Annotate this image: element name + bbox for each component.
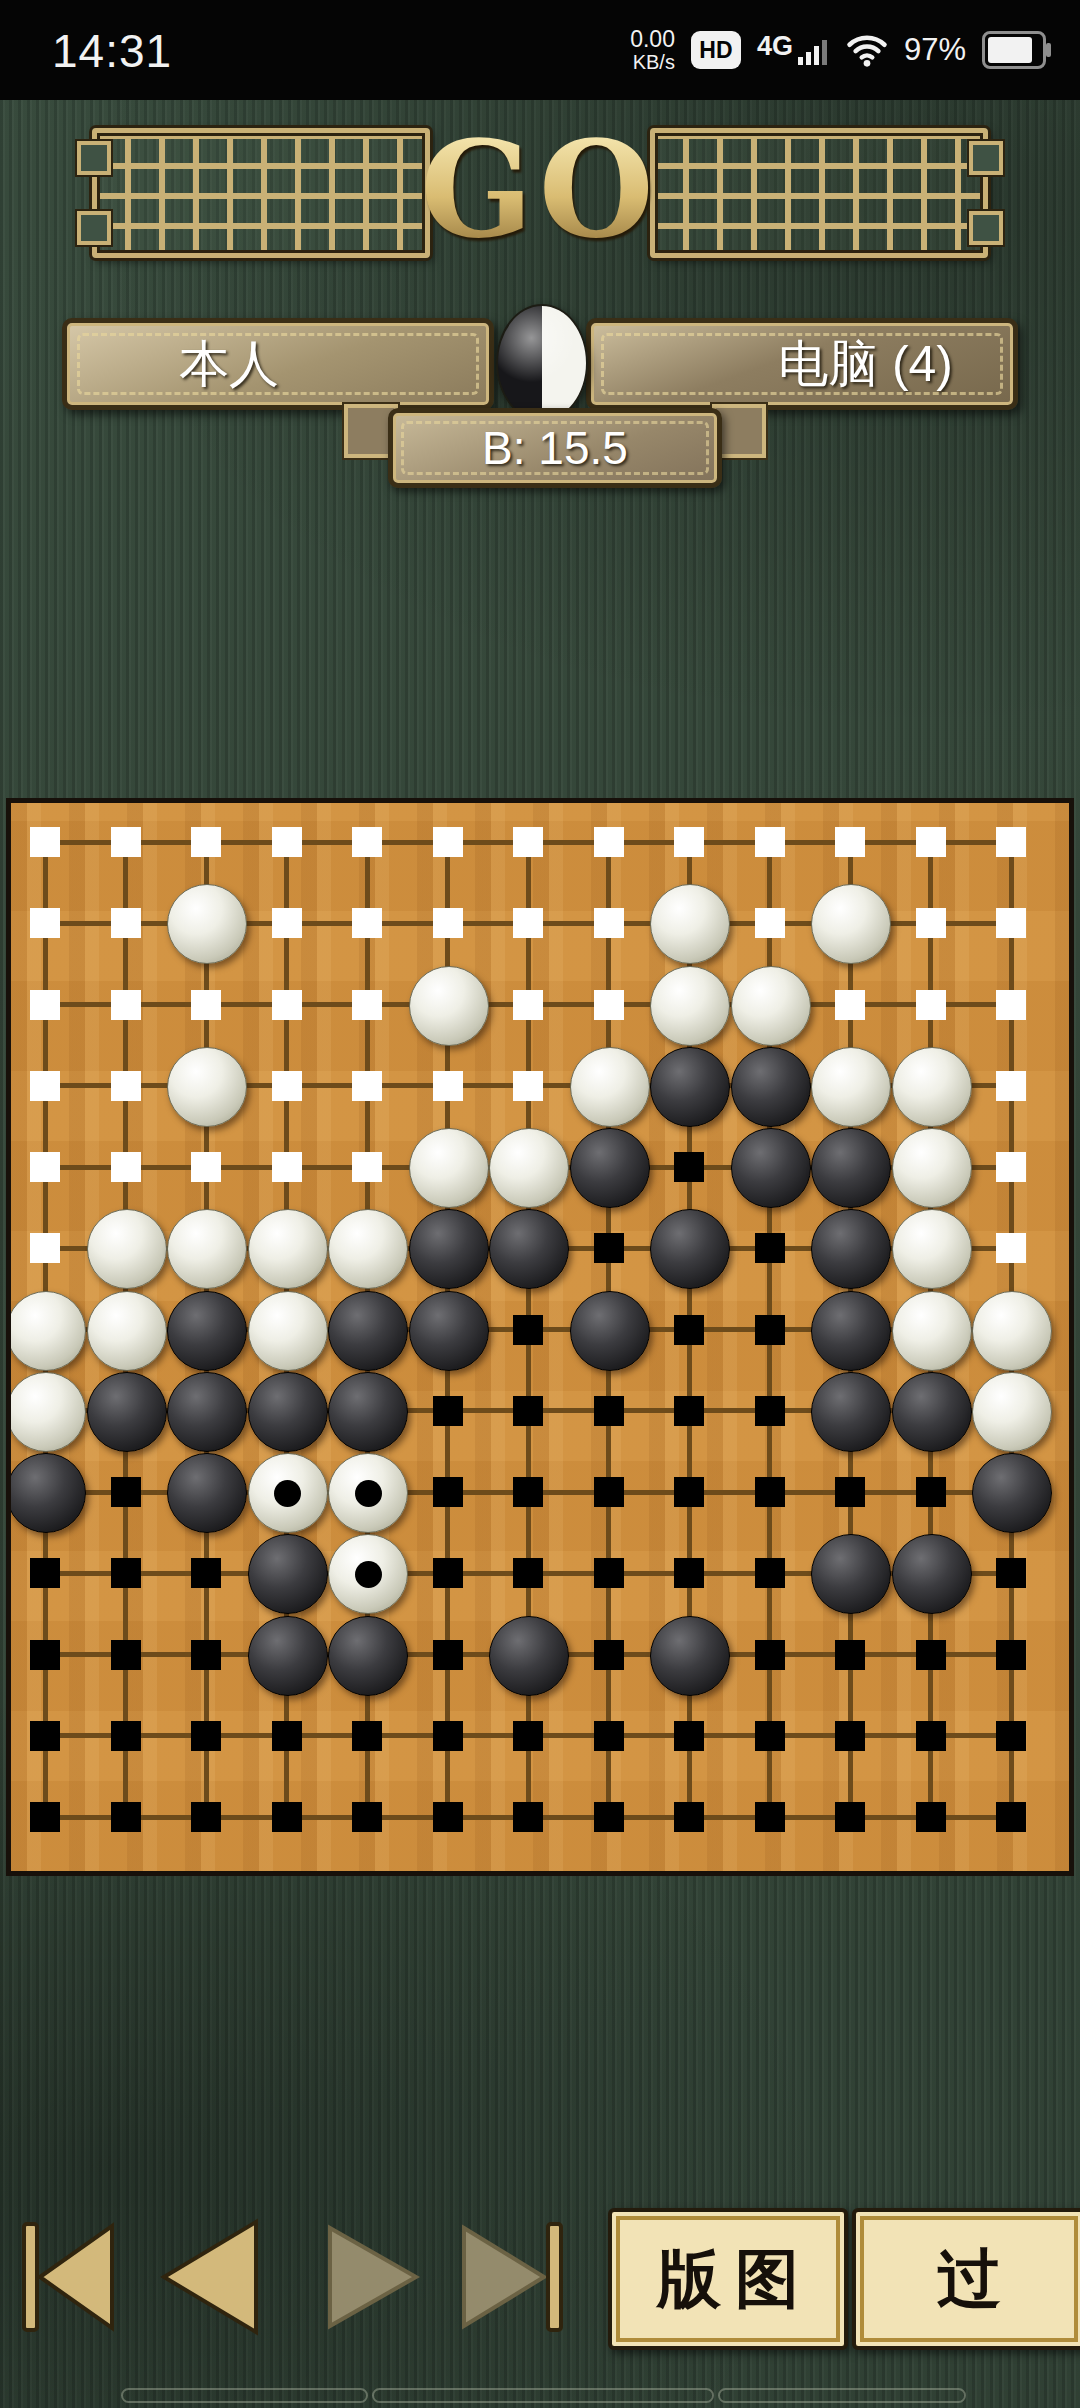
white-stone-r2c11[interactable] bbox=[811, 884, 891, 964]
white-stone-r4c3[interactable] bbox=[167, 1047, 247, 1127]
black-territory-marker-r10c6[interactable] bbox=[433, 1558, 463, 1588]
white-territory-marker-r2c6[interactable] bbox=[433, 908, 463, 938]
black-stone-r5c8[interactable] bbox=[570, 1128, 650, 1208]
black-stone-r8c2[interactable] bbox=[87, 1372, 167, 1452]
network-speed-unit: KB/s bbox=[633, 52, 675, 73]
black-territory-marker-r12c4[interactable] bbox=[272, 1721, 302, 1751]
black-territory-marker-r10c2[interactable] bbox=[111, 1558, 141, 1588]
network-type-label: 4G bbox=[757, 33, 793, 60]
system-nav-hint bbox=[0, 2388, 1080, 2406]
white-territory-marker-r1c7[interactable] bbox=[513, 827, 543, 857]
white-territory-marker-r3c4[interactable] bbox=[272, 990, 302, 1020]
black-territory-marker-r13c2[interactable] bbox=[111, 1802, 141, 1832]
white-stone-r3c10[interactable] bbox=[731, 966, 811, 1046]
white-territory-marker-r1c9[interactable] bbox=[674, 827, 704, 857]
black-territory-marker-r7c9[interactable] bbox=[674, 1315, 704, 1345]
white-stone-r7c4[interactable] bbox=[248, 1291, 328, 1371]
white-territory-marker-r2c13[interactable] bbox=[996, 908, 1026, 938]
black-stone-r7c11[interactable] bbox=[811, 1291, 891, 1371]
black-territory-marker-r9c6[interactable] bbox=[433, 1477, 463, 1507]
black-stone-r6c11[interactable] bbox=[811, 1209, 891, 1289]
black-stone-r8c12[interactable] bbox=[892, 1372, 972, 1452]
battery-percent: 97% bbox=[904, 32, 966, 68]
white-territory-marker-r2c1[interactable] bbox=[30, 908, 60, 938]
dead-white-stone-r9c4[interactable] bbox=[248, 1453, 328, 1533]
dead-stone-dot bbox=[355, 1561, 382, 1588]
black-territory-marker-r12c11[interactable] bbox=[835, 1721, 865, 1751]
white-territory-marker-r2c10[interactable] bbox=[755, 908, 785, 938]
white-territory-marker-r3c8[interactable] bbox=[594, 990, 624, 1020]
black-stone-r8c4[interactable] bbox=[248, 1372, 328, 1452]
dead-stone-dot bbox=[355, 1480, 382, 1507]
black-territory-marker-r11c11[interactable] bbox=[835, 1640, 865, 1670]
pass-button[interactable]: 过 bbox=[852, 2208, 1080, 2350]
white-territory-marker-r2c4[interactable] bbox=[272, 908, 302, 938]
step-back-button[interactable] bbox=[152, 2218, 272, 2336]
white-territory-marker-r6c13[interactable] bbox=[996, 1233, 1026, 1263]
black-territory-marker-r13c3[interactable] bbox=[191, 1802, 221, 1832]
black-territory-marker-r8c10[interactable] bbox=[755, 1396, 785, 1426]
white-territory-marker-r4c6[interactable] bbox=[433, 1071, 463, 1101]
black-territory-marker-r13c1[interactable] bbox=[30, 1802, 60, 1832]
black-territory-marker-r13c7[interactable] bbox=[513, 1802, 543, 1832]
black-territory-marker-r10c8[interactable] bbox=[594, 1558, 624, 1588]
black-territory-marker-r11c10[interactable] bbox=[755, 1640, 785, 1670]
black-stone-r9c1[interactable] bbox=[6, 1453, 86, 1533]
white-territory-marker-r1c13[interactable] bbox=[996, 827, 1026, 857]
black-territory-marker-r11c3[interactable] bbox=[191, 1640, 221, 1670]
white-territory-marker-r3c1[interactable] bbox=[30, 990, 60, 1020]
black-stone-r7c8[interactable] bbox=[570, 1291, 650, 1371]
white-territory-marker-r2c7[interactable] bbox=[513, 908, 543, 938]
black-territory-marker-r10c13[interactable] bbox=[996, 1558, 1026, 1588]
white-territory-marker-r3c3[interactable] bbox=[191, 990, 221, 1020]
black-territory-marker-r9c9[interactable] bbox=[674, 1477, 704, 1507]
dead-white-stone-r10c5[interactable] bbox=[328, 1534, 408, 1614]
right-player-name: 电脑 (4) bbox=[778, 331, 953, 398]
black-stone-r11c5[interactable] bbox=[328, 1616, 408, 1696]
status-icons: 0.00 KB/s HD 4G 97% bbox=[630, 0, 1046, 100]
white-stone-r7c13[interactable] bbox=[972, 1291, 1052, 1371]
status-bar: 14:31 0.00 KB/s HD 4G bbox=[0, 0, 1080, 100]
white-territory-marker-r1c10[interactable] bbox=[755, 827, 785, 857]
white-territory-marker-r1c5[interactable] bbox=[352, 827, 382, 857]
score-plate: B: 15.5 bbox=[388, 408, 722, 488]
black-stone-r8c5[interactable] bbox=[328, 1372, 408, 1452]
black-territory-marker-r12c9[interactable] bbox=[674, 1721, 704, 1751]
wifi-icon bbox=[846, 32, 888, 68]
black-territory-marker-r12c10[interactable] bbox=[755, 1721, 785, 1751]
black-territory-marker-r13c9[interactable] bbox=[674, 1802, 704, 1832]
right-player-plate: 电脑 (4) bbox=[586, 318, 1018, 410]
black-stone-r7c3[interactable] bbox=[167, 1291, 247, 1371]
white-territory-marker-r3c5[interactable] bbox=[352, 990, 382, 1020]
white-stone-r4c11[interactable] bbox=[811, 1047, 891, 1127]
black-territory-marker-r10c10[interactable] bbox=[755, 1558, 785, 1588]
white-territory-marker-r2c12[interactable] bbox=[916, 908, 946, 938]
black-territory-marker-r13c6[interactable] bbox=[433, 1802, 463, 1832]
white-territory-marker-r1c4[interactable] bbox=[272, 827, 302, 857]
black-territory-marker-r6c8[interactable] bbox=[594, 1233, 624, 1263]
white-territory-marker-r1c8[interactable] bbox=[594, 827, 624, 857]
white-territory-marker-r1c12[interactable] bbox=[916, 827, 946, 857]
black-stone-r9c13[interactable] bbox=[972, 1453, 1052, 1533]
black-territory-marker-r10c7[interactable] bbox=[513, 1558, 543, 1588]
white-territory-marker-r5c2[interactable] bbox=[111, 1152, 141, 1182]
white-territory-marker-r1c2[interactable] bbox=[111, 827, 141, 857]
black-territory-marker-r10c3[interactable] bbox=[191, 1558, 221, 1588]
white-territory-marker-r5c1[interactable] bbox=[30, 1152, 60, 1182]
black-territory-marker-r8c7[interactable] bbox=[513, 1396, 543, 1426]
white-territory-marker-r4c1[interactable] bbox=[30, 1071, 60, 1101]
white-territory-marker-r1c1[interactable] bbox=[30, 827, 60, 857]
dead-stone-dot bbox=[274, 1480, 301, 1507]
black-territory-marker-r8c9[interactable] bbox=[674, 1396, 704, 1426]
black-stone-r4c9[interactable] bbox=[650, 1047, 730, 1127]
black-territory-marker-r11c2[interactable] bbox=[111, 1640, 141, 1670]
white-stone-r2c3[interactable] bbox=[167, 884, 247, 964]
white-stone-r3c6[interactable] bbox=[409, 966, 489, 1046]
white-territory-marker-r4c5[interactable] bbox=[352, 1071, 382, 1101]
black-territory-marker-r9c7[interactable] bbox=[513, 1477, 543, 1507]
white-stone-r8c1[interactable] bbox=[6, 1372, 86, 1452]
black-stone-r7c6[interactable] bbox=[409, 1291, 489, 1371]
white-territory-marker-r6c1[interactable] bbox=[30, 1233, 60, 1263]
white-territory-marker-r4c4[interactable] bbox=[272, 1071, 302, 1101]
black-territory-marker-r13c5[interactable] bbox=[352, 1802, 382, 1832]
black-stone-r11c7[interactable] bbox=[489, 1616, 569, 1696]
white-territory-marker-r5c13[interactable] bbox=[996, 1152, 1026, 1182]
system-nav-back[interactable] bbox=[718, 2388, 966, 2403]
white-stone-r6c12[interactable] bbox=[892, 1209, 972, 1289]
white-stone-r6c2[interactable] bbox=[87, 1209, 167, 1289]
white-stone-r4c12[interactable] bbox=[892, 1047, 972, 1127]
black-territory-marker-r7c10[interactable] bbox=[755, 1315, 785, 1345]
white-stone-r5c6[interactable] bbox=[409, 1128, 489, 1208]
white-stone-r7c2[interactable] bbox=[87, 1291, 167, 1371]
white-stone-r5c12[interactable] bbox=[892, 1128, 972, 1208]
white-territory-marker-r3c13[interactable] bbox=[996, 990, 1026, 1020]
black-territory-marker-r13c10[interactable] bbox=[755, 1802, 785, 1832]
page-title: GO bbox=[0, 112, 1080, 267]
black-stone-r11c4[interactable] bbox=[248, 1616, 328, 1696]
black-territory-marker-r12c5[interactable] bbox=[352, 1721, 382, 1751]
black-stone-r6c7[interactable] bbox=[489, 1209, 569, 1289]
black-territory-marker-r13c8[interactable] bbox=[594, 1802, 624, 1832]
black-territory-marker-r11c8[interactable] bbox=[594, 1640, 624, 1670]
white-stone-r3c9[interactable] bbox=[650, 966, 730, 1046]
black-territory-marker-r6c10[interactable] bbox=[755, 1233, 785, 1263]
black-white-turn-stone-icon bbox=[496, 304, 588, 422]
white-territory-marker-r3c12[interactable] bbox=[916, 990, 946, 1020]
black-stone-r8c3[interactable] bbox=[167, 1372, 247, 1452]
signal-bars-icon bbox=[796, 33, 830, 67]
black-territory-marker-r11c6[interactable] bbox=[433, 1640, 463, 1670]
black-territory-marker-r8c8[interactable] bbox=[594, 1396, 624, 1426]
black-stone-r5c10[interactable] bbox=[731, 1128, 811, 1208]
white-stone-r6c3[interactable] bbox=[167, 1209, 247, 1289]
black-territory-marker-r12c3[interactable] bbox=[191, 1721, 221, 1751]
system-nav-home[interactable] bbox=[372, 2388, 714, 2403]
black-territory-marker-r12c7[interactable] bbox=[513, 1721, 543, 1751]
white-territory-marker-r1c11[interactable] bbox=[835, 827, 865, 857]
black-territory-marker-r13c12[interactable] bbox=[916, 1802, 946, 1832]
go-to-end-button[interactable] bbox=[456, 2218, 568, 2336]
black-territory-marker-r9c8[interactable] bbox=[594, 1477, 624, 1507]
white-territory-marker-r2c2[interactable] bbox=[111, 908, 141, 938]
app-screen: 14:31 0.00 KB/s HD 4G bbox=[0, 0, 1080, 2408]
black-stone-r8c11[interactable] bbox=[811, 1372, 891, 1452]
black-territory-marker-r12c13[interactable] bbox=[996, 1721, 1026, 1751]
black-territory-marker-r12c12[interactable] bbox=[916, 1721, 946, 1751]
step-forward-button[interactable] bbox=[316, 2218, 428, 2336]
black-territory-marker-r9c11[interactable] bbox=[835, 1477, 865, 1507]
black-territory-marker-r12c1[interactable] bbox=[30, 1721, 60, 1751]
white-territory-marker-r1c3[interactable] bbox=[191, 827, 221, 857]
white-stone-r6c4[interactable] bbox=[248, 1209, 328, 1289]
black-territory-marker-r12c2[interactable] bbox=[111, 1721, 141, 1751]
black-territory-marker-r9c12[interactable] bbox=[916, 1477, 946, 1507]
white-territory-marker-r5c4[interactable] bbox=[272, 1152, 302, 1182]
hd-icon: HD bbox=[691, 31, 741, 69]
black-stone-r6c6[interactable] bbox=[409, 1209, 489, 1289]
black-territory-marker-r11c1[interactable] bbox=[30, 1640, 60, 1670]
white-stone-r6c5[interactable] bbox=[328, 1209, 408, 1289]
black-territory-marker-r11c13[interactable] bbox=[996, 1640, 1026, 1670]
black-territory-marker-r5c9[interactable] bbox=[674, 1152, 704, 1182]
white-territory-marker-r3c2[interactable] bbox=[111, 990, 141, 1020]
cellular-signal-icon: 4G bbox=[757, 33, 830, 67]
black-territory-marker-r13c4[interactable] bbox=[272, 1802, 302, 1832]
black-territory-marker-r10c9[interactable] bbox=[674, 1558, 704, 1588]
battery-icon bbox=[982, 31, 1046, 69]
left-player-plate: 本人 bbox=[62, 318, 494, 410]
white-territory-marker-r5c5[interactable] bbox=[352, 1152, 382, 1182]
black-territory-marker-r11c12[interactable] bbox=[916, 1640, 946, 1670]
black-territory-marker-r13c13[interactable] bbox=[996, 1802, 1026, 1832]
black-territory-marker-r12c6[interactable] bbox=[433, 1721, 463, 1751]
white-stone-r7c1[interactable] bbox=[6, 1291, 86, 1371]
system-nav-recents[interactable] bbox=[121, 2388, 368, 2403]
black-stone-r9c3[interactable] bbox=[167, 1453, 247, 1533]
black-stone-r5c11[interactable] bbox=[811, 1128, 891, 1208]
black-territory-marker-r13c11[interactable] bbox=[835, 1802, 865, 1832]
black-territory-marker-r7c7[interactable] bbox=[513, 1315, 543, 1345]
white-territory-marker-r1c6[interactable] bbox=[433, 827, 463, 857]
black-territory-marker-r8c6[interactable] bbox=[433, 1396, 463, 1426]
white-stone-r8c13[interactable] bbox=[972, 1372, 1052, 1452]
territory-map-button[interactable]: 版图 bbox=[608, 2208, 848, 2350]
dead-white-stone-r9c5[interactable] bbox=[328, 1453, 408, 1533]
white-territory-marker-r2c8[interactable] bbox=[594, 908, 624, 938]
go-to-start-button[interactable] bbox=[16, 2218, 128, 2336]
white-territory-marker-r3c11[interactable] bbox=[835, 990, 865, 1020]
black-stone-r10c11[interactable] bbox=[811, 1534, 891, 1614]
white-territory-marker-r4c7[interactable] bbox=[513, 1071, 543, 1101]
go-board[interactable] bbox=[6, 798, 1074, 1876]
black-territory-marker-r9c2[interactable] bbox=[111, 1477, 141, 1507]
black-territory-marker-r12c8[interactable] bbox=[594, 1721, 624, 1751]
white-territory-marker-r3c7[interactable] bbox=[513, 990, 543, 1020]
white-stone-r2c9[interactable] bbox=[650, 884, 730, 964]
black-territory-marker-r9c10[interactable] bbox=[755, 1477, 785, 1507]
white-stone-r5c7[interactable] bbox=[489, 1128, 569, 1208]
black-stone-r4c10[interactable] bbox=[731, 1047, 811, 1127]
black-stone-r11c9[interactable] bbox=[650, 1616, 730, 1696]
black-stone-r10c4[interactable] bbox=[248, 1534, 328, 1614]
white-territory-marker-r4c13[interactable] bbox=[996, 1071, 1026, 1101]
left-player-name: 本人 bbox=[179, 331, 279, 398]
black-territory-marker-r10c1[interactable] bbox=[30, 1558, 60, 1588]
network-speed-value: 0.00 bbox=[630, 27, 675, 51]
white-stone-r7c12[interactable] bbox=[892, 1291, 972, 1371]
network-speed: 0.00 KB/s bbox=[630, 27, 675, 72]
white-territory-marker-r4c2[interactable] bbox=[111, 1071, 141, 1101]
black-stone-r7c5[interactable] bbox=[328, 1291, 408, 1371]
white-stone-r4c8[interactable] bbox=[570, 1047, 650, 1127]
white-territory-marker-r5c3[interactable] bbox=[191, 1152, 221, 1182]
white-territory-marker-r2c5[interactable] bbox=[352, 908, 382, 938]
black-stone-r6c9[interactable] bbox=[650, 1209, 730, 1289]
clock: 14:31 bbox=[52, 24, 172, 78]
black-stone-r10c12[interactable] bbox=[892, 1534, 972, 1614]
